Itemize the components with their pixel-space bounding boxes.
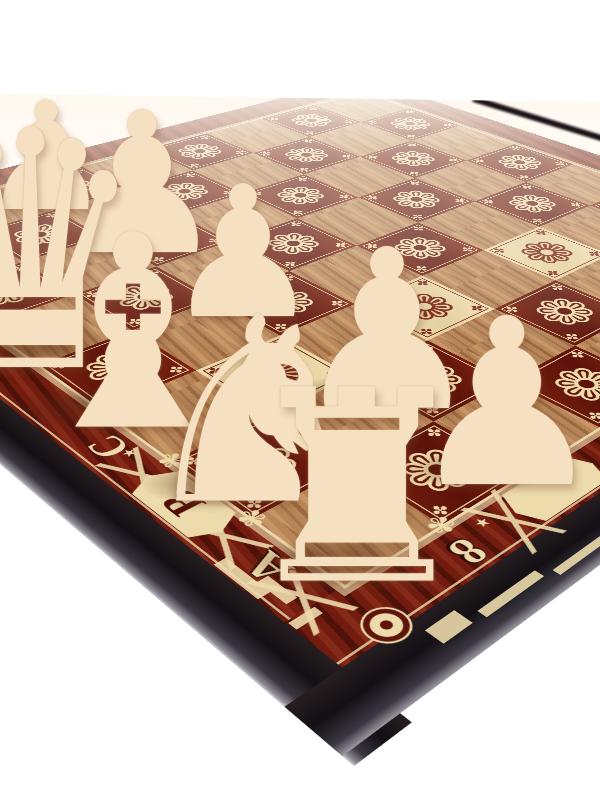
piece-white-rook-a8[interactable]: ♜ xyxy=(235,355,478,621)
white-background-top xyxy=(0,0,600,102)
chess-set-photo: ❁✤✤✤✤❁✤✤✤✤❁✤✤✤✤❁✤✤✤✤❁✤✤✤✤❁✤✤✤✤❁✤✤✤✤❁✤✤✤✤… xyxy=(0,0,600,800)
